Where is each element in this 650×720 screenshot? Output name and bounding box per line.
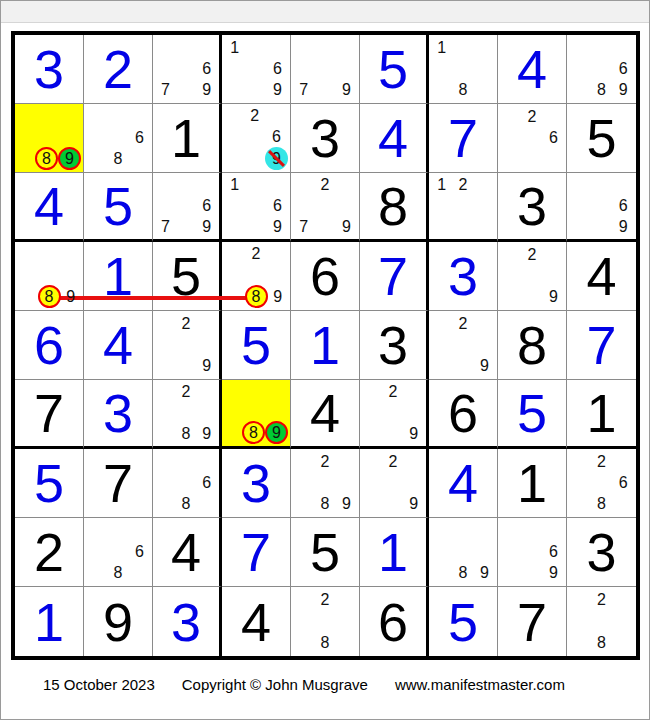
pencil-slot-8: 8	[242, 421, 265, 444]
candidate-9: 9	[619, 219, 628, 235]
pencil-marks: 29	[362, 451, 424, 515]
candidate-2: 2	[182, 316, 191, 332]
candidate-2: 2	[459, 316, 468, 332]
cell-r1c8[interactable]: 4	[498, 35, 567, 104]
pencil-slot-8	[314, 216, 335, 237]
pencil-slot-6: 6	[129, 127, 150, 148]
cell-r2c2[interactable]: 68	[84, 104, 153, 173]
cell-r8c1[interactable]: 2	[15, 518, 84, 587]
page: 3267916979518468989681269347265456791692…	[0, 0, 650, 720]
candidate-2: 2	[321, 592, 330, 608]
candidate-8: 8	[182, 426, 191, 442]
pencil-slot-5	[176, 334, 197, 355]
pencil-slot-8: 8	[314, 632, 335, 654]
candidate-8: 8	[249, 425, 258, 441]
candidate-9: 9	[202, 426, 211, 442]
pencil-slot-2: 2	[314, 451, 335, 472]
cell-r4c9[interactable]: 4	[567, 242, 636, 311]
pencil-slot-2	[176, 37, 197, 58]
pencil-slot-9: 9	[267, 80, 288, 101]
candidate-9: 9	[65, 151, 74, 167]
cell-r1c3[interactable]: 679	[153, 35, 222, 104]
pencil-slot-2	[107, 106, 128, 127]
cell-r8c8[interactable]: 69	[498, 518, 567, 587]
pencil-slot-4	[293, 472, 314, 493]
pencil-slot-9: 9	[196, 356, 217, 377]
cell-value: 4	[378, 111, 408, 165]
pencil-slot-6	[61, 265, 82, 286]
candidate-6: 6	[619, 198, 628, 214]
cell-r6c6[interactable]: 29	[360, 380, 429, 449]
cell-r9c2[interactable]: 9	[84, 587, 153, 656]
cell-value: 7	[378, 249, 408, 303]
cell-r9c3[interactable]: 3	[153, 587, 222, 656]
pencil-slot-5	[591, 58, 613, 79]
pencil-slot-3	[129, 106, 150, 127]
candidate-9: 9	[342, 496, 351, 512]
cell-r2c5[interactable]: 3	[291, 104, 360, 173]
candidate-6: 6	[272, 129, 281, 145]
pencil-slot-1	[569, 37, 591, 58]
cell-r7c2[interactable]: 7	[84, 449, 153, 518]
cell-value: 5	[103, 179, 133, 233]
pencil-slot-1: 1	[431, 175, 452, 196]
footer: 15 October 2023 Copyright © John Musgrav…	[1, 676, 649, 693]
cell-value: 1	[34, 595, 64, 649]
candidate-6: 6	[202, 475, 211, 491]
pencil-slot-8: 8	[591, 632, 613, 654]
pencil-slot-7	[362, 423, 383, 444]
cell-r4c8[interactable]: 29	[498, 242, 567, 311]
cell-value: 3	[586, 525, 616, 579]
cell-value: 2	[103, 42, 133, 96]
candidate-6: 6	[619, 61, 628, 77]
pencil-slot-9: 9	[474, 563, 495, 584]
cell-r5c5[interactable]: 1	[291, 311, 360, 380]
candidate-7: 7	[299, 219, 308, 235]
cell-r3c5[interactable]: 279	[291, 173, 360, 242]
cell-r5c1[interactable]: 6	[15, 311, 84, 380]
pencil-slot-9: 9	[267, 216, 288, 237]
pencil-slot-2	[176, 175, 197, 196]
cell-r3c7[interactable]: 12	[429, 173, 498, 242]
cell-r7c9[interactable]: 268	[567, 449, 636, 518]
candidate-8: 8	[321, 496, 330, 512]
candidate-9: 9	[273, 289, 282, 305]
pencil-slot-2	[35, 106, 58, 127]
pencil-slot-5	[107, 541, 128, 562]
pencil-slot-3	[196, 451, 217, 472]
pencil-slot-9: 9	[543, 563, 564, 584]
cell-r7c7[interactable]: 4	[429, 449, 498, 518]
top-bar	[1, 1, 649, 23]
cell-r3c4[interactable]: 169	[222, 173, 291, 242]
pencil-slot-7	[500, 287, 521, 308]
eliminated-candidate-circle: 9	[265, 147, 288, 170]
pencil-slot-4	[362, 472, 383, 493]
pencil-slot-7	[431, 563, 452, 584]
pencil-slot-6	[474, 58, 495, 79]
red-circled-candidate: 8	[242, 421, 265, 444]
cell-value: 4	[310, 386, 340, 440]
cell-r9c1[interactable]: 1	[15, 587, 84, 656]
candidate-9: 9	[342, 82, 351, 98]
cell-r1c7[interactable]: 18	[429, 35, 498, 104]
pencil-slot-1	[17, 244, 38, 265]
pencil-marks: 268	[569, 451, 634, 515]
cell-r6c2[interactable]: 3	[84, 380, 153, 449]
cell-r6c9[interactable]: 1	[567, 380, 636, 449]
cell-r2c3[interactable]: 1	[153, 104, 222, 173]
pencil-slot-8: 8	[176, 494, 197, 515]
cell-r2c1[interactable]: 89	[15, 104, 84, 173]
pencil-slot-3	[196, 175, 217, 196]
cell-value: 4	[171, 525, 201, 579]
pencil-marks: 29	[362, 382, 424, 444]
pencil-slot-3	[336, 175, 357, 196]
pencil-slot-7	[155, 356, 176, 377]
cell-r9c5[interactable]: 28	[291, 587, 360, 656]
pencil-slot-6	[612, 611, 634, 633]
cell-value: 6	[34, 318, 64, 372]
pencil-marks: 169	[224, 37, 288, 101]
candidate-9: 9	[480, 358, 489, 374]
cell-r1c6[interactable]: 5	[360, 35, 429, 104]
cell-r5c6[interactable]: 3	[360, 311, 429, 380]
cell-r1c1[interactable]: 3	[15, 35, 84, 104]
cell-r6c8[interactable]: 5	[498, 380, 567, 449]
cell-r1c5[interactable]: 79	[291, 35, 360, 104]
pencil-marks: 69	[569, 175, 634, 237]
pencil-slot-5	[176, 196, 197, 217]
pencil-slot-3	[265, 106, 288, 127]
pencil-slot-6	[474, 334, 495, 355]
cell-r1c4[interactable]: 169	[222, 35, 291, 104]
candidate-2: 2	[252, 246, 261, 262]
candidate-9: 9	[272, 425, 281, 441]
cell-r4c4[interactable]: 289	[222, 242, 291, 311]
cell-value: 1	[171, 111, 201, 165]
cell-r7c6[interactable]: 29	[360, 449, 429, 518]
pencil-slot-4	[224, 265, 245, 286]
pencil-slot-4	[155, 334, 176, 355]
cell-r3c3[interactable]: 679	[153, 173, 222, 242]
pencil-slot-9	[474, 80, 495, 101]
pencil-slot-3	[336, 37, 357, 58]
cell-r3c6[interactable]: 8	[360, 173, 429, 242]
pencil-marks: 269	[224, 106, 288, 170]
pencil-slot-3	[129, 520, 150, 541]
pencil-slot-4	[293, 196, 314, 217]
pencil-slot-4	[155, 196, 176, 217]
pencil-slot-3	[196, 382, 217, 403]
pencil-slot-1	[224, 382, 242, 402]
cell-r8c2[interactable]: 68	[84, 518, 153, 587]
pencil-slot-7	[500, 149, 521, 170]
cell-r5c9[interactable]: 7	[567, 311, 636, 380]
pencil-slot-9: 9	[543, 287, 564, 308]
pencil-marks: 29	[155, 313, 217, 377]
pencil-slot-9: 9	[61, 285, 82, 308]
pencil-slot-8	[521, 563, 542, 584]
cell-value: 8	[378, 179, 408, 233]
cell-r4c2[interactable]: 1	[84, 242, 153, 311]
pencil-slot-5	[176, 403, 197, 424]
pencil-slot-7	[362, 494, 383, 515]
pencil-slot-8: 8	[591, 494, 613, 515]
cell-r8c5[interactable]: 5	[291, 518, 360, 587]
pencil-slot-6: 6	[543, 541, 564, 562]
pencil-slot-9: 9	[265, 421, 288, 444]
cell-r7c8[interactable]: 1	[498, 449, 567, 518]
cell-r6c5[interactable]: 4	[291, 380, 360, 449]
pencil-marks: 29	[431, 313, 495, 377]
pencil-slot-1	[155, 37, 176, 58]
pencil-slot-6	[336, 472, 357, 493]
pencil-slot-5	[383, 472, 404, 493]
pencil-slot-1	[569, 589, 591, 611]
pencil-slot-5	[314, 472, 335, 493]
cell-r4c7[interactable]: 3	[429, 242, 498, 311]
pencil-slot-2: 2	[383, 451, 404, 472]
pencil-slot-3	[58, 106, 81, 127]
cell-value: 7	[34, 386, 64, 440]
candidate-2: 2	[528, 247, 537, 263]
pencil-marks: 29	[500, 244, 564, 308]
candidate-2: 2	[250, 108, 259, 124]
pencil-slot-4	[431, 58, 452, 79]
pencil-slot-1	[17, 106, 35, 127]
pencil-slot-4	[362, 403, 383, 424]
pencil-slot-1	[155, 451, 176, 472]
cell-r3c1[interactable]: 4	[15, 173, 84, 242]
pencil-slot-9: 9	[196, 80, 217, 101]
candidate-9: 9	[202, 219, 211, 235]
cell-r8c4[interactable]: 7	[222, 518, 291, 587]
cell-r7c1[interactable]: 5	[15, 449, 84, 518]
candidate-6: 6	[202, 198, 211, 214]
candidate-2: 2	[389, 384, 398, 400]
candidate-8: 8	[182, 496, 191, 512]
cell-r7c3[interactable]: 68	[153, 449, 222, 518]
cell-r6c7[interactable]: 6	[429, 380, 498, 449]
cell-value: 1	[310, 318, 340, 372]
pencil-slot-2: 2	[521, 106, 542, 127]
cell-r8c3[interactable]: 4	[153, 518, 222, 587]
pencil-slot-8	[452, 356, 473, 377]
pencil-slot-1	[500, 106, 521, 127]
pencil-slot-9	[129, 563, 150, 584]
cell-r9c9[interactable]: 28	[567, 587, 636, 656]
pencil-slot-1: 1	[224, 37, 245, 58]
pencil-slot-1	[500, 244, 521, 265]
candidate-9: 9	[549, 289, 558, 305]
pencil-slot-4	[155, 403, 176, 424]
pencil-slot-9: 9	[196, 216, 217, 237]
cell-value: 4	[34, 179, 64, 233]
pencil-slot-5	[452, 334, 473, 355]
pencil-slot-6	[336, 611, 357, 633]
pencil-marks: 89	[431, 520, 495, 584]
cell-value: 3	[517, 179, 547, 233]
pencil-slot-1	[86, 106, 107, 127]
pencil-slot-1	[500, 520, 521, 541]
pencil-slot-2: 2	[452, 313, 473, 334]
cell-r8c9[interactable]: 3	[567, 518, 636, 587]
cell-value: 5	[448, 595, 478, 649]
pencil-slot-8	[591, 216, 613, 237]
cell-r4c6[interactable]: 7	[360, 242, 429, 311]
cell-r9c7[interactable]: 5	[429, 587, 498, 656]
pencil-slot-5	[452, 58, 473, 79]
pencil-slot-5	[245, 58, 266, 79]
cell-r4c5[interactable]: 6	[291, 242, 360, 311]
cell-r3c2[interactable]: 5	[84, 173, 153, 242]
cell-r9c4[interactable]: 4	[222, 587, 291, 656]
pencil-slot-8	[245, 216, 266, 237]
cell-r1c9[interactable]: 689	[567, 35, 636, 104]
pencil-slot-6	[474, 196, 495, 217]
cell-r3c8[interactable]: 3	[498, 173, 567, 242]
candidate-1: 1	[437, 40, 446, 56]
pencil-slot-5	[245, 127, 266, 148]
cell-r2c7[interactable]: 7	[429, 104, 498, 173]
pencil-slot-2	[452, 37, 473, 58]
cell-r7c4[interactable]: 3	[222, 449, 291, 518]
cell-r5c4[interactable]: 5	[222, 311, 291, 380]
candidate-8: 8	[114, 151, 123, 167]
cell-r6c4[interactable]: 89	[222, 380, 291, 449]
pencil-slot-1	[362, 382, 383, 403]
cell-value: 7	[241, 525, 271, 579]
pencil-slot-4	[569, 472, 591, 493]
cell-r1c2[interactable]: 2	[84, 35, 153, 104]
cell-r6c1[interactable]: 7	[15, 380, 84, 449]
cell-r5c2[interactable]: 4	[84, 311, 153, 380]
pencil-slot-7: 7	[293, 80, 314, 101]
pencil-marks: 68	[155, 451, 217, 515]
cell-r5c3[interactable]: 29	[153, 311, 222, 380]
pencil-slot-6: 6	[267, 58, 288, 79]
pencil-slot-7	[86, 149, 107, 170]
pencil-slot-8: 8	[107, 149, 128, 170]
pencil-slot-7	[86, 563, 107, 584]
pencil-slot-8	[521, 149, 542, 170]
pencil-slot-5	[591, 196, 613, 217]
pencil-slot-5	[35, 127, 58, 148]
pencil-slot-5	[452, 196, 473, 217]
pencil-slot-1	[155, 313, 176, 334]
pencil-slot-3	[474, 520, 495, 541]
pencil-slot-7	[569, 80, 591, 101]
cell-r4c3[interactable]: 5	[153, 242, 222, 311]
candidate-7: 7	[299, 82, 308, 98]
cell-r9c6[interactable]: 6	[360, 587, 429, 656]
pencil-slot-7	[224, 80, 245, 101]
pencil-slot-7	[431, 80, 452, 101]
cell-value: 3	[103, 386, 133, 440]
pencil-slot-2: 2	[314, 175, 335, 196]
cell-r2c4[interactable]: 269	[222, 104, 291, 173]
pencil-slot-9: 9	[474, 356, 495, 377]
candidate-6: 6	[549, 544, 558, 560]
pencil-slot-5	[591, 472, 613, 493]
cell-r2c8[interactable]: 26	[498, 104, 567, 173]
pencil-slot-7	[569, 494, 591, 515]
pencil-slot-3	[612, 175, 634, 196]
cell-r6c3[interactable]: 289	[153, 380, 222, 449]
candidate-1: 1	[437, 177, 446, 193]
cell-r3c9[interactable]: 69	[567, 173, 636, 242]
pencil-slot-5	[314, 611, 335, 633]
pencil-slot-7: 7	[293, 216, 314, 237]
candidate-9: 9	[202, 358, 211, 374]
pencil-slot-5	[107, 127, 128, 148]
candidate-7: 7	[161, 82, 170, 98]
pencil-slot-4	[500, 541, 521, 562]
red-circled-candidate: 8	[38, 285, 61, 308]
pencil-slot-7	[569, 632, 591, 654]
cell-r4c1[interactable]: 89	[15, 242, 84, 311]
candidate-2: 2	[182, 384, 191, 400]
pencil-slot-9: 9	[403, 494, 424, 515]
cell-r5c7[interactable]: 29	[429, 311, 498, 380]
pencil-slot-5	[38, 265, 61, 286]
pencil-slot-2	[245, 37, 266, 58]
cell-value: 7	[103, 456, 133, 510]
pencil-slot-7	[431, 356, 452, 377]
cell-value: 1	[586, 386, 616, 440]
candidate-2: 2	[528, 109, 537, 125]
pencil-slot-1	[362, 451, 383, 472]
pencil-slot-8: 8	[591, 80, 613, 101]
pencil-slot-3	[403, 451, 424, 472]
pencil-slot-9: 9	[58, 147, 81, 170]
pencil-slot-9	[336, 632, 357, 654]
cell-r2c6[interactable]: 4	[360, 104, 429, 173]
pencil-slot-6	[336, 196, 357, 217]
pencil-slot-6	[265, 402, 288, 422]
cell-value: 3	[34, 42, 64, 96]
candidate-9: 9	[272, 151, 281, 167]
pencil-slot-1	[155, 382, 176, 403]
candidate-9: 9	[273, 82, 282, 98]
cell-value: 4	[448, 456, 478, 510]
pencil-slot-3	[267, 37, 288, 58]
pencil-slot-2: 2	[176, 382, 197, 403]
pencil-marks: 28	[293, 589, 357, 654]
footer-date: 15 October 2023	[43, 676, 155, 693]
pencil-slot-8: 8	[35, 147, 58, 170]
cell-r7c5[interactable]: 289	[291, 449, 360, 518]
cell-r2c9[interactable]: 5	[567, 104, 636, 173]
cell-r8c7[interactable]: 89	[429, 518, 498, 587]
pencil-slot-6	[196, 403, 217, 424]
pencil-slot-4	[293, 611, 314, 633]
footer-website: www.manifestmaster.com	[395, 676, 565, 693]
pencil-slot-1: 1	[431, 37, 452, 58]
cell-value: 1	[378, 525, 408, 579]
pencil-marks: 279	[293, 175, 357, 237]
pencil-slot-6: 6	[196, 196, 217, 217]
pencil-slot-9: 9	[268, 285, 289, 308]
cell-r8c6[interactable]: 1	[360, 518, 429, 587]
pencil-slot-4	[293, 58, 314, 79]
cell-r5c8[interactable]: 8	[498, 311, 567, 380]
cell-r9c8[interactable]: 7	[498, 587, 567, 656]
cell-value: 4	[103, 318, 133, 372]
pencil-slot-3	[196, 313, 217, 334]
